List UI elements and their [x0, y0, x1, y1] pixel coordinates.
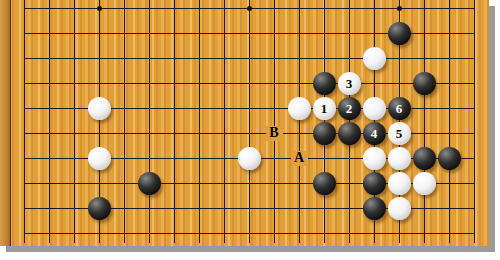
point-label-A[interactable]: A — [291, 151, 308, 166]
move-number: 5 — [396, 127, 403, 140]
go-diagram: 312645AB — [0, 0, 500, 260]
stone-white — [388, 197, 411, 220]
stone-black — [338, 122, 361, 145]
stone-black — [138, 172, 161, 195]
stone-white — [238, 147, 261, 170]
stone-white — [88, 97, 111, 120]
stone-black — [363, 197, 386, 220]
stone-black — [388, 22, 411, 45]
move-number: 1 — [321, 102, 328, 115]
stone-white-move-3: 3 — [338, 72, 361, 95]
move-number: 6 — [396, 102, 403, 115]
move-number: 2 — [346, 102, 353, 115]
stone-black-move-6: 6 — [388, 97, 411, 120]
stone-white — [388, 147, 411, 170]
stone-white — [388, 172, 411, 195]
stone-black — [88, 197, 111, 220]
stone-black-move-4: 4 — [363, 122, 386, 145]
stone-black — [413, 72, 436, 95]
board-left-edge — [0, 0, 11, 246]
stone-black — [438, 147, 461, 170]
board-intersection-grid: 312645AB — [12, 0, 487, 246]
stone-black — [413, 147, 436, 170]
move-number: 3 — [346, 77, 353, 90]
stone-white — [363, 97, 386, 120]
stone-white-move-5: 5 — [388, 122, 411, 145]
point-label-B[interactable]: B — [266, 126, 283, 141]
stone-black — [363, 172, 386, 195]
stone-white — [288, 97, 311, 120]
stone-white — [88, 147, 111, 170]
stone-black-move-2: 2 — [338, 97, 361, 120]
stone-white-move-1: 1 — [313, 97, 336, 120]
stone-black — [313, 172, 336, 195]
stone-black — [313, 122, 336, 145]
stone-white — [413, 172, 436, 195]
stone-white — [363, 47, 386, 70]
move-number: 4 — [371, 127, 378, 140]
stone-white — [363, 147, 386, 170]
stone-black — [313, 72, 336, 95]
go-board[interactable]: 312645AB — [0, 0, 489, 246]
